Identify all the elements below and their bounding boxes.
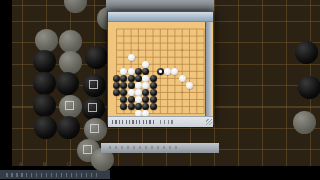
go-board[interactable] <box>108 22 205 116</box>
last-move-marker-icon <box>159 70 162 73</box>
white-stone <box>179 75 186 82</box>
white-stone <box>186 82 193 89</box>
background-stone-gray <box>59 30 82 53</box>
black-stone <box>128 75 135 82</box>
background-stone-black <box>295 41 318 64</box>
background-stone-black <box>33 94 56 117</box>
white-stone <box>128 68 135 75</box>
square-marker-icon <box>88 103 97 112</box>
go-app-window <box>107 11 214 125</box>
background-stone-black <box>34 116 57 139</box>
background-coord-label: C <box>67 161 71 167</box>
background-coord-label: A <box>19 161 22 167</box>
background-stone-black <box>85 46 108 69</box>
title-bar[interactable] <box>108 12 213 22</box>
black-stone <box>113 82 120 89</box>
white-stone <box>142 61 149 68</box>
background-bottom-bar <box>0 170 110 179</box>
white-stone <box>128 54 135 61</box>
white-stone <box>135 82 142 89</box>
background-stone-black <box>33 72 56 95</box>
video-frame: ABCD <box>0 0 320 180</box>
white-stone <box>128 89 135 96</box>
black-stone <box>135 103 142 110</box>
background-stone-black <box>83 74 106 97</box>
square-marker-icon <box>89 80 98 89</box>
black-stone <box>150 82 157 89</box>
background-stone-gray <box>59 95 82 118</box>
white-stone <box>164 68 171 75</box>
background-bar-marks <box>6 173 98 177</box>
background-stone-black <box>33 50 56 73</box>
window-right-strip <box>205 22 211 116</box>
black-stone <box>128 103 135 110</box>
black-stone <box>135 68 142 75</box>
resize-grip-icon[interactable] <box>206 119 212 125</box>
black-stone <box>150 103 157 110</box>
background-stone-gray <box>84 118 107 141</box>
background-coord-label: B <box>43 161 46 167</box>
black-stone <box>150 89 157 96</box>
black-stone <box>128 96 135 103</box>
status-text-marks <box>160 120 174 124</box>
background-stone-gray <box>35 29 58 52</box>
blurred-text-smudge <box>109 146 179 149</box>
black-stone <box>157 68 164 75</box>
blurred-top-band <box>106 0 214 11</box>
background-stone-black <box>57 116 80 139</box>
background-stone-black <box>298 76 320 99</box>
white-stone <box>142 75 149 82</box>
background-stone-gray <box>293 111 316 134</box>
blurred-bottom-band <box>101 143 219 153</box>
white-stone <box>135 96 142 103</box>
background-stone-black <box>56 72 79 95</box>
square-marker-icon <box>90 124 99 133</box>
square-marker-icon <box>83 145 92 154</box>
status-bar <box>108 116 213 127</box>
black-stone <box>150 96 157 103</box>
black-stone <box>150 75 157 82</box>
black-stone <box>113 75 120 82</box>
background-stone-gray <box>59 51 82 74</box>
black-stone <box>113 89 120 96</box>
background-stone-black <box>82 97 105 120</box>
status-text-marks <box>112 120 156 124</box>
board-area <box>108 22 213 116</box>
white-stone <box>135 89 142 96</box>
square-marker-icon <box>65 101 74 110</box>
background-coord-label: D <box>91 161 95 167</box>
black-stone <box>135 75 142 82</box>
black-stone <box>142 68 149 75</box>
black-stone <box>128 82 135 89</box>
